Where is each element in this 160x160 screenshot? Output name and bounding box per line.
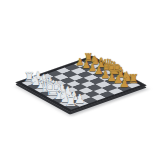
chess-piece-silver-r: ♜ xyxy=(64,94,79,109)
pieces-layer: ♜♟♞♟♝♟♛♟♚♟♝♟♟♞♜♟♟♜♞♟♟♝♟♛♟♚♟♝♟♞♟♜ xyxy=(0,0,160,160)
chess-set-photo: ♜♟♞♟♝♟♛♟♚♟♝♟♟♞♜♟♟♜♞♟♟♝♟♛♟♚♟♝♟♞♟♜ xyxy=(0,0,160,160)
chess-piece-gold-p: ♟ xyxy=(119,78,130,89)
